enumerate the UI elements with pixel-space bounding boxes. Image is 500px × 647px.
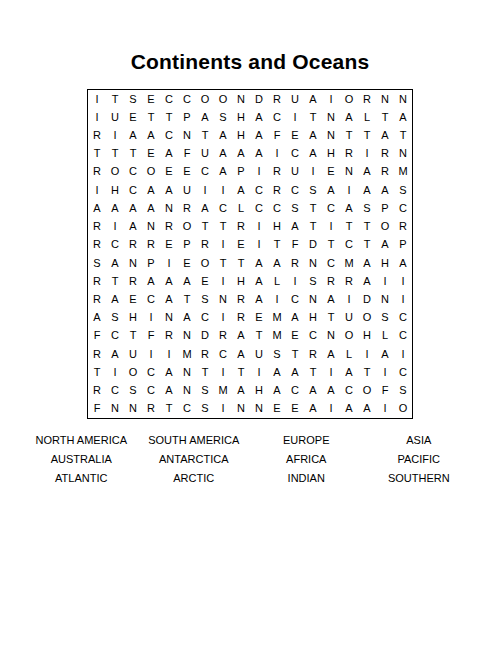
grid-cell-r3c7[interactable]: T <box>196 126 214 144</box>
grid-cell-r4c18[interactable]: N <box>394 145 412 163</box>
grid-cell-r10c2[interactable]: A <box>106 254 124 272</box>
grid-cell-r6c11[interactable]: R <box>268 181 286 199</box>
grid-cell-r11c15[interactable]: R <box>340 272 358 290</box>
grid-cell-r5c10[interactable]: I <box>250 163 268 181</box>
grid-cell-r15c15[interactable]: L <box>340 345 358 363</box>
grid-cell-r12c8[interactable]: N <box>214 290 232 308</box>
grid-cell-r18c17[interactable]: I <box>376 400 394 418</box>
grid-cell-r3c15[interactable]: T <box>340 126 358 144</box>
grid-cell-r17c7[interactable]: S <box>196 382 214 400</box>
grid-cell-r4c3[interactable]: T <box>124 145 142 163</box>
grid-cell-r15c12[interactable]: T <box>286 345 304 363</box>
grid-cell-r5c17[interactable]: R <box>376 163 394 181</box>
grid-cell-r3c8[interactable]: A <box>214 126 232 144</box>
grid-cell-r5c2[interactable]: O <box>106 163 124 181</box>
grid-cell-r2c18[interactable]: A <box>394 108 412 126</box>
grid-cell-r8c5[interactable]: R <box>160 218 178 236</box>
grid-cell-r7c1[interactable]: A <box>88 199 106 217</box>
grid-cell-r8c8[interactable]: T <box>214 218 232 236</box>
grid-cell-r14c3[interactable]: T <box>124 327 142 345</box>
grid-cell-r15c4[interactable]: I <box>142 345 160 363</box>
grid-cell-r1c2[interactable]: T <box>106 90 124 108</box>
grid-cell-r2c6[interactable]: P <box>178 108 196 126</box>
grid-cell-r2c12[interactable]: I <box>286 108 304 126</box>
grid-cell-r12c6[interactable]: T <box>178 290 196 308</box>
grid-cell-r14c7[interactable]: D <box>196 327 214 345</box>
grid-cell-r11c12[interactable]: I <box>286 272 304 290</box>
grid-cell-r8c3[interactable]: A <box>124 218 142 236</box>
grid-cell-r14c10[interactable]: T <box>250 327 268 345</box>
grid-cell-r15c7[interactable]: R <box>196 345 214 363</box>
grid-cell-r9c12[interactable]: F <box>286 236 304 254</box>
grid-cell-r12c2[interactable]: A <box>106 290 124 308</box>
grid-cell-r14c14[interactable]: N <box>322 327 340 345</box>
grid-cell-r10c11[interactable]: A <box>268 254 286 272</box>
grid-cell-r8c18[interactable]: R <box>394 218 412 236</box>
grid-cell-r16c14[interactable]: I <box>322 363 340 381</box>
grid-cell-r17c18[interactable]: S <box>394 382 412 400</box>
grid-cell-r12c1[interactable]: R <box>88 290 106 308</box>
grid-cell-r14c5[interactable]: R <box>160 327 178 345</box>
grid-cell-r3c9[interactable]: H <box>232 126 250 144</box>
grid-cell-r15c8[interactable]: C <box>214 345 232 363</box>
grid-cell-r8c7[interactable]: T <box>196 218 214 236</box>
grid-cell-r5c7[interactable]: C <box>196 163 214 181</box>
grid-cell-r9c11[interactable]: T <box>268 236 286 254</box>
grid-cell-r2c10[interactable]: A <box>250 108 268 126</box>
grid-cell-r14c11[interactable]: M <box>268 327 286 345</box>
grid-cell-r4c15[interactable]: R <box>340 145 358 163</box>
grid-cell-r14c8[interactable]: R <box>214 327 232 345</box>
grid-cell-r16c10[interactable]: I <box>250 363 268 381</box>
grid-cell-r12c18[interactable]: I <box>394 290 412 308</box>
grid-cell-r4c10[interactable]: A <box>250 145 268 163</box>
grid-cell-r12c4[interactable]: C <box>142 290 160 308</box>
grid-cell-r14c1[interactable]: F <box>88 327 106 345</box>
grid-cell-r1c6[interactable]: C <box>178 90 196 108</box>
grid-cell-r6c2[interactable]: H <box>106 181 124 199</box>
grid-cell-r4c1[interactable]: T <box>88 145 106 163</box>
grid-cell-r7c10[interactable]: C <box>250 199 268 217</box>
grid-cell-r6c14[interactable]: A <box>322 181 340 199</box>
grid-cell-r3c4[interactable]: A <box>142 126 160 144</box>
grid-cell-r8c11[interactable]: H <box>268 218 286 236</box>
grid-cell-r5c5[interactable]: E <box>160 163 178 181</box>
grid-cell-r12c3[interactable]: E <box>124 290 142 308</box>
grid-cell-r14c13[interactable]: C <box>304 327 322 345</box>
grid-cell-r17c17[interactable]: F <box>376 382 394 400</box>
grid-cell-r9c10[interactable]: I <box>250 236 268 254</box>
grid-cell-r15c11[interactable]: S <box>268 345 286 363</box>
grid-cell-r8c16[interactable]: T <box>358 218 376 236</box>
grid-cell-r11c2[interactable]: T <box>106 272 124 290</box>
grid-cell-r14c12[interactable]: E <box>286 327 304 345</box>
grid-cell-r13c11[interactable]: M <box>268 309 286 327</box>
grid-cell-r7c2[interactable]: A <box>106 199 124 217</box>
grid-cell-r10c1[interactable]: S <box>88 254 106 272</box>
grid-cell-r11c1[interactable]: R <box>88 272 106 290</box>
grid-cell-r7c9[interactable]: L <box>232 199 250 217</box>
grid-cell-r18c15[interactable]: A <box>340 400 358 418</box>
grid-cell-r6c12[interactable]: C <box>286 181 304 199</box>
grid-cell-r2c17[interactable]: T <box>376 108 394 126</box>
grid-cell-r11c4[interactable]: A <box>142 272 160 290</box>
grid-cell-r18c18[interactable]: O <box>394 400 412 418</box>
grid-cell-r9c6[interactable]: P <box>178 236 196 254</box>
grid-cell-r17c14[interactable]: A <box>322 382 340 400</box>
grid-cell-r11c9[interactable]: H <box>232 272 250 290</box>
grid-cell-r16c8[interactable]: I <box>214 363 232 381</box>
grid-cell-r3c12[interactable]: E <box>286 126 304 144</box>
grid-cell-r8c13[interactable]: T <box>304 218 322 236</box>
grid-cell-r11c5[interactable]: A <box>160 272 178 290</box>
grid-cell-r18c11[interactable]: E <box>268 400 286 418</box>
grid-cell-r6c15[interactable]: I <box>340 181 358 199</box>
grid-cell-r8c1[interactable]: R <box>88 218 106 236</box>
grid-cell-r7c7[interactable]: A <box>196 199 214 217</box>
grid-cell-r3c10[interactable]: A <box>250 126 268 144</box>
grid-cell-r6c3[interactable]: C <box>124 181 142 199</box>
grid-cell-r16c16[interactable]: T <box>358 363 376 381</box>
grid-cell-r6c9[interactable]: A <box>232 181 250 199</box>
grid-cell-r15c13[interactable]: R <box>304 345 322 363</box>
grid-cell-r3c17[interactable]: A <box>376 126 394 144</box>
grid-cell-r1c10[interactable]: D <box>250 90 268 108</box>
grid-cell-r1c8[interactable]: O <box>214 90 232 108</box>
grid-cell-r9c15[interactable]: C <box>340 236 358 254</box>
grid-cell-r16c7[interactable]: T <box>196 363 214 381</box>
grid-cell-r1c18[interactable]: N <box>394 90 412 108</box>
grid-cell-r5c15[interactable]: N <box>340 163 358 181</box>
grid-cell-r3c16[interactable]: T <box>358 126 376 144</box>
grid-cell-r13c17[interactable]: S <box>376 309 394 327</box>
grid-cell-r10c10[interactable]: A <box>250 254 268 272</box>
grid-cell-r1c15[interactable]: O <box>340 90 358 108</box>
grid-cell-r6c6[interactable]: U <box>178 181 196 199</box>
grid-cell-r10c18[interactable]: A <box>394 254 412 272</box>
grid-cell-r17c8[interactable]: M <box>214 382 232 400</box>
grid-cell-r5c1[interactable]: R <box>88 163 106 181</box>
grid-cell-r14c2[interactable]: C <box>106 327 124 345</box>
grid-cell-r6c7[interactable]: I <box>196 181 214 199</box>
grid-cell-r1c9[interactable]: N <box>232 90 250 108</box>
grid-cell-r15c1[interactable]: R <box>88 345 106 363</box>
grid-cell-r8c9[interactable]: R <box>232 218 250 236</box>
grid-cell-r13c7[interactable]: C <box>196 309 214 327</box>
grid-cell-r12c11[interactable]: I <box>268 290 286 308</box>
grid-cell-r15c2[interactable]: A <box>106 345 124 363</box>
grid-cell-r18c9[interactable]: N <box>232 400 250 418</box>
grid-cell-r5c3[interactable]: C <box>124 163 142 181</box>
grid-cell-r11c11[interactable]: L <box>268 272 286 290</box>
grid-cell-r11c3[interactable]: R <box>124 272 142 290</box>
grid-cell-r11c6[interactable]: A <box>178 272 196 290</box>
grid-cell-r13c4[interactable]: I <box>142 309 160 327</box>
grid-cell-r6c4[interactable]: A <box>142 181 160 199</box>
grid-cell-r13c10[interactable]: E <box>250 309 268 327</box>
grid-cell-r9c2[interactable]: C <box>106 236 124 254</box>
grid-cell-r18c6[interactable]: C <box>178 400 196 418</box>
grid-cell-r14c4[interactable]: F <box>142 327 160 345</box>
grid-cell-r12c12[interactable]: C <box>286 290 304 308</box>
grid-cell-r14c15[interactable]: O <box>340 327 358 345</box>
grid-cell-r15c16[interactable]: I <box>358 345 376 363</box>
grid-cell-r18c16[interactable]: A <box>358 400 376 418</box>
grid-cell-r10c12[interactable]: R <box>286 254 304 272</box>
grid-cell-r9c1[interactable]: R <box>88 236 106 254</box>
grid-cell-r17c9[interactable]: A <box>232 382 250 400</box>
grid-cell-r9c7[interactable]: R <box>196 236 214 254</box>
grid-cell-r1c17[interactable]: N <box>376 90 394 108</box>
grid-cell-r17c13[interactable]: A <box>304 382 322 400</box>
grid-cell-r4c2[interactable]: T <box>106 145 124 163</box>
grid-cell-r12c13[interactable]: N <box>304 290 322 308</box>
grid-cell-r7c4[interactable]: A <box>142 199 160 217</box>
grid-cell-r18c1[interactable]: F <box>88 400 106 418</box>
grid-cell-r15c6[interactable]: M <box>178 345 196 363</box>
grid-cell-r4c12[interactable]: C <box>286 145 304 163</box>
grid-cell-r3c3[interactable]: A <box>124 126 142 144</box>
grid-cell-r5c13[interactable]: I <box>304 163 322 181</box>
grid-cell-r2c9[interactable]: H <box>232 108 250 126</box>
grid-cell-r16c2[interactable]: I <box>106 363 124 381</box>
grid-cell-r8c17[interactable]: O <box>376 218 394 236</box>
grid-cell-r3c13[interactable]: A <box>304 126 322 144</box>
grid-cell-r9c4[interactable]: R <box>142 236 160 254</box>
grid-cell-r6c13[interactable]: S <box>304 181 322 199</box>
grid-cell-r6c1[interactable]: I <box>88 181 106 199</box>
grid-cell-r2c2[interactable]: U <box>106 108 124 126</box>
grid-cell-r17c12[interactable]: C <box>286 382 304 400</box>
grid-cell-r10c17[interactable]: H <box>376 254 394 272</box>
grid-cell-r13c12[interactable]: A <box>286 309 304 327</box>
grid-cell-r17c4[interactable]: C <box>142 382 160 400</box>
grid-cell-r13c1[interactable]: A <box>88 309 106 327</box>
grid-cell-r4c11[interactable]: I <box>268 145 286 163</box>
grid-cell-r8c10[interactable]: I <box>250 218 268 236</box>
grid-cell-r11c7[interactable]: E <box>196 272 214 290</box>
grid-cell-r16c6[interactable]: N <box>178 363 196 381</box>
grid-cell-r14c18[interactable]: C <box>394 327 412 345</box>
grid-cell-r4c5[interactable]: A <box>160 145 178 163</box>
grid-cell-r15c14[interactable]: A <box>322 345 340 363</box>
grid-cell-r1c11[interactable]: R <box>268 90 286 108</box>
grid-cell-r16c11[interactable]: A <box>268 363 286 381</box>
grid-cell-r4c6[interactable]: F <box>178 145 196 163</box>
grid-cell-r14c6[interactable]: N <box>178 327 196 345</box>
grid-cell-r12c17[interactable]: N <box>376 290 394 308</box>
grid-cell-r2c5[interactable]: T <box>160 108 178 126</box>
grid-cell-r8c12[interactable]: A <box>286 218 304 236</box>
grid-cell-r7c8[interactable]: C <box>214 199 232 217</box>
grid-cell-r16c12[interactable]: A <box>286 363 304 381</box>
grid-cell-r4c8[interactable]: A <box>214 145 232 163</box>
grid-cell-r15c18[interactable]: I <box>394 345 412 363</box>
grid-cell-r3c14[interactable]: N <box>322 126 340 144</box>
grid-cell-r1c5[interactable]: C <box>160 90 178 108</box>
grid-cell-r11c14[interactable]: R <box>322 272 340 290</box>
grid-cell-r16c17[interactable]: I <box>376 363 394 381</box>
grid-cell-r14c16[interactable]: H <box>358 327 376 345</box>
grid-cell-r17c1[interactable]: R <box>88 382 106 400</box>
grid-cell-r13c13[interactable]: H <box>304 309 322 327</box>
grid-cell-r16c18[interactable]: C <box>394 363 412 381</box>
grid-cell-r18c12[interactable]: E <box>286 400 304 418</box>
grid-cell-r4c4[interactable]: E <box>142 145 160 163</box>
grid-cell-r2c7[interactable]: A <box>196 108 214 126</box>
grid-cell-r10c13[interactable]: N <box>304 254 322 272</box>
grid-cell-r16c1[interactable]: T <box>88 363 106 381</box>
grid-cell-r14c17[interactable]: L <box>376 327 394 345</box>
grid-cell-r15c17[interactable]: A <box>376 345 394 363</box>
grid-cell-r9c17[interactable]: A <box>376 236 394 254</box>
grid-cell-r18c7[interactable]: S <box>196 400 214 418</box>
grid-cell-r11c8[interactable]: I <box>214 272 232 290</box>
grid-cell-r1c12[interactable]: U <box>286 90 304 108</box>
grid-cell-r2c13[interactable]: T <box>304 108 322 126</box>
grid-cell-r15c10[interactable]: U <box>250 345 268 363</box>
grid-cell-r9c14[interactable]: T <box>322 236 340 254</box>
grid-cell-r7c16[interactable]: S <box>358 199 376 217</box>
grid-cell-r2c3[interactable]: E <box>124 108 142 126</box>
grid-cell-r3c5[interactable]: C <box>160 126 178 144</box>
grid-cell-r9c5[interactable]: E <box>160 236 178 254</box>
grid-cell-r17c5[interactable]: A <box>160 382 178 400</box>
grid-cell-r10c15[interactable]: M <box>340 254 358 272</box>
grid-cell-r13c5[interactable]: N <box>160 309 178 327</box>
grid-cell-r10c3[interactable]: N <box>124 254 142 272</box>
grid-cell-r18c14[interactable]: I <box>322 400 340 418</box>
grid-cell-r18c2[interactable]: N <box>106 400 124 418</box>
grid-cell-r12c9[interactable]: R <box>232 290 250 308</box>
grid-cell-r13c3[interactable]: H <box>124 309 142 327</box>
grid-cell-r1c4[interactable]: E <box>142 90 160 108</box>
grid-cell-r4c13[interactable]: A <box>304 145 322 163</box>
grid-cell-r18c4[interactable]: R <box>142 400 160 418</box>
grid-cell-r17c15[interactable]: C <box>340 382 358 400</box>
grid-cell-r16c9[interactable]: T <box>232 363 250 381</box>
grid-cell-r8c14[interactable]: I <box>322 218 340 236</box>
grid-cell-r2c14[interactable]: N <box>322 108 340 126</box>
grid-cell-r13c15[interactable]: U <box>340 309 358 327</box>
grid-cell-r4c9[interactable]: A <box>232 145 250 163</box>
grid-cell-r1c1[interactable]: I <box>88 90 106 108</box>
grid-cell-r13c8[interactable]: I <box>214 309 232 327</box>
grid-cell-r7c3[interactable]: A <box>124 199 142 217</box>
grid-cell-r16c13[interactable]: T <box>304 363 322 381</box>
grid-cell-r17c3[interactable]: S <box>124 382 142 400</box>
grid-cell-r9c3[interactable]: R <box>124 236 142 254</box>
grid-cell-r5c18[interactable]: M <box>394 163 412 181</box>
grid-cell-r8c15[interactable]: T <box>340 218 358 236</box>
grid-cell-r7c17[interactable]: P <box>376 199 394 217</box>
grid-cell-r11c17[interactable]: I <box>376 272 394 290</box>
grid-cell-r10c14[interactable]: C <box>322 254 340 272</box>
grid-cell-r11c13[interactable]: S <box>304 272 322 290</box>
grid-cell-r1c7[interactable]: O <box>196 90 214 108</box>
grid-cell-r10c8[interactable]: T <box>214 254 232 272</box>
grid-cell-r17c11[interactable]: A <box>268 382 286 400</box>
grid-cell-r10c16[interactable]: A <box>358 254 376 272</box>
grid-cell-r15c5[interactable]: I <box>160 345 178 363</box>
grid-cell-r3c6[interactable]: N <box>178 126 196 144</box>
grid-cell-r7c12[interactable]: S <box>286 199 304 217</box>
grid-cell-r2c15[interactable]: A <box>340 108 358 126</box>
grid-cell-r12c14[interactable]: A <box>322 290 340 308</box>
grid-cell-r16c5[interactable]: A <box>160 363 178 381</box>
grid-cell-r15c3[interactable]: U <box>124 345 142 363</box>
grid-cell-r16c4[interactable]: C <box>142 363 160 381</box>
grid-cell-r18c8[interactable]: I <box>214 400 232 418</box>
grid-cell-r7c13[interactable]: T <box>304 199 322 217</box>
grid-cell-r5c12[interactable]: U <box>286 163 304 181</box>
grid-cell-r12c16[interactable]: D <box>358 290 376 308</box>
grid-cell-r5c6[interactable]: E <box>178 163 196 181</box>
grid-cell-r17c16[interactable]: O <box>358 382 376 400</box>
grid-cell-r13c14[interactable]: T <box>322 309 340 327</box>
grid-cell-r2c8[interactable]: S <box>214 108 232 126</box>
grid-cell-r7c18[interactable]: C <box>394 199 412 217</box>
grid-cell-r9c13[interactable]: D <box>304 236 322 254</box>
grid-cell-r18c3[interactable]: N <box>124 400 142 418</box>
grid-cell-r6c18[interactable]: S <box>394 181 412 199</box>
grid-cell-r7c15[interactable]: A <box>340 199 358 217</box>
grid-cell-r1c16[interactable]: R <box>358 90 376 108</box>
grid-cell-r3c1[interactable]: R <box>88 126 106 144</box>
grid-cell-r7c5[interactable]: N <box>160 199 178 217</box>
grid-cell-r12c15[interactable]: I <box>340 290 358 308</box>
grid-cell-r8c4[interactable]: N <box>142 218 160 236</box>
grid-cell-r11c18[interactable]: I <box>394 272 412 290</box>
grid-cell-r13c16[interactable]: O <box>358 309 376 327</box>
grid-cell-r4c16[interactable]: I <box>358 145 376 163</box>
grid-cell-r7c6[interactable]: R <box>178 199 196 217</box>
grid-cell-r8c6[interactable]: O <box>178 218 196 236</box>
grid-cell-r6c16[interactable]: A <box>358 181 376 199</box>
grid-cell-r5c14[interactable]: E <box>322 163 340 181</box>
grid-cell-r12c10[interactable]: A <box>250 290 268 308</box>
grid-cell-r9c18[interactable]: P <box>394 236 412 254</box>
grid-cell-r12c7[interactable]: S <box>196 290 214 308</box>
grid-cell-r12c5[interactable]: A <box>160 290 178 308</box>
grid-cell-r4c14[interactable]: H <box>322 145 340 163</box>
grid-cell-r5c8[interactable]: A <box>214 163 232 181</box>
grid-cell-r7c14[interactable]: C <box>322 199 340 217</box>
grid-cell-r17c2[interactable]: C <box>106 382 124 400</box>
grid-cell-r2c11[interactable]: C <box>268 108 286 126</box>
grid-cell-r4c17[interactable]: R <box>376 145 394 163</box>
grid-cell-r10c5[interactable]: I <box>160 254 178 272</box>
grid-cell-r11c16[interactable]: A <box>358 272 376 290</box>
grid-cell-r16c3[interactable]: O <box>124 363 142 381</box>
grid-cell-r2c16[interactable]: L <box>358 108 376 126</box>
grid-cell-r5c4[interactable]: O <box>142 163 160 181</box>
grid-cell-r10c4[interactable]: P <box>142 254 160 272</box>
grid-cell-r6c8[interactable]: I <box>214 181 232 199</box>
grid-cell-r5c11[interactable]: R <box>268 163 286 181</box>
grid-cell-r6c10[interactable]: C <box>250 181 268 199</box>
grid-cell-r16c15[interactable]: A <box>340 363 358 381</box>
grid-cell-r1c3[interactable]: S <box>124 90 142 108</box>
grid-cell-r18c5[interactable]: T <box>160 400 178 418</box>
grid-cell-r10c7[interactable]: O <box>196 254 214 272</box>
grid-cell-r17c6[interactable]: N <box>178 382 196 400</box>
grid-cell-r6c17[interactable]: A <box>376 181 394 199</box>
grid-cell-r18c10[interactable]: N <box>250 400 268 418</box>
grid-cell-r17c10[interactable]: H <box>250 382 268 400</box>
grid-cell-r13c6[interactable]: A <box>178 309 196 327</box>
grid-cell-r5c9[interactable]: P <box>232 163 250 181</box>
